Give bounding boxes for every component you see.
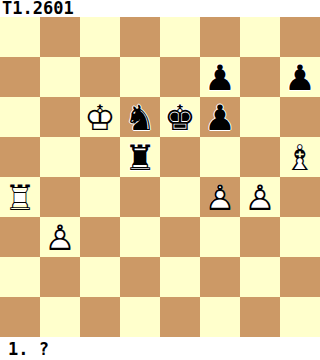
square-c2[interactable] — [80, 257, 120, 297]
square-h3[interactable] — [280, 217, 320, 257]
black-knight-piece: ♞ — [120, 97, 160, 137]
square-g2[interactable] — [240, 257, 280, 297]
chess-board: ♟♟♚♔♞♚♟♜♝♗♜♖♟♙♟♙♟♙ — [0, 17, 320, 337]
square-g4[interactable]: ♟♙ — [240, 177, 280, 217]
black-pawn-piece: ♟ — [280, 57, 320, 97]
square-e8[interactable] — [160, 17, 200, 57]
black-pawn-piece: ♟ — [200, 97, 240, 137]
white-pawn-piece: ♟♙ — [200, 177, 240, 217]
white-king-piece: ♚♔ — [80, 97, 120, 137]
square-c3[interactable] — [80, 217, 120, 257]
square-f8[interactable] — [200, 17, 240, 57]
square-a6[interactable] — [0, 97, 40, 137]
square-e1[interactable] — [160, 297, 200, 337]
square-e7[interactable] — [160, 57, 200, 97]
puzzle-id-title: T1.2601 — [0, 0, 320, 17]
square-f7[interactable]: ♟ — [200, 57, 240, 97]
square-d1[interactable] — [120, 297, 160, 337]
square-d2[interactable] — [120, 257, 160, 297]
square-g3[interactable] — [240, 217, 280, 257]
square-h2[interactable] — [280, 257, 320, 297]
square-e5[interactable] — [160, 137, 200, 177]
square-b4[interactable] — [40, 177, 80, 217]
square-c1[interactable] — [80, 297, 120, 337]
square-f6[interactable]: ♟ — [200, 97, 240, 137]
square-h5[interactable]: ♝♗ — [280, 137, 320, 177]
square-h7[interactable]: ♟ — [280, 57, 320, 97]
square-h8[interactable] — [280, 17, 320, 57]
square-d7[interactable] — [120, 57, 160, 97]
square-e4[interactable] — [160, 177, 200, 217]
square-a3[interactable] — [0, 217, 40, 257]
move-prompt: 1. ? — [0, 337, 320, 360]
square-b8[interactable] — [40, 17, 80, 57]
square-b3[interactable]: ♟♙ — [40, 217, 80, 257]
black-pawn-piece: ♟ — [200, 57, 240, 97]
square-h1[interactable] — [280, 297, 320, 337]
square-d4[interactable] — [120, 177, 160, 217]
square-h4[interactable] — [280, 177, 320, 217]
square-d8[interactable] — [120, 17, 160, 57]
square-d3[interactable] — [120, 217, 160, 257]
square-h6[interactable] — [280, 97, 320, 137]
white-bishop-piece: ♝♗ — [280, 137, 320, 177]
black-rook-piece: ♜ — [120, 137, 160, 177]
square-a8[interactable] — [0, 17, 40, 57]
square-c6[interactable]: ♚♔ — [80, 97, 120, 137]
square-b7[interactable] — [40, 57, 80, 97]
square-f4[interactable]: ♟♙ — [200, 177, 240, 217]
square-f5[interactable] — [200, 137, 240, 177]
white-pawn-piece: ♟♙ — [240, 177, 280, 217]
square-b2[interactable] — [40, 257, 80, 297]
square-d6[interactable]: ♞ — [120, 97, 160, 137]
square-c4[interactable] — [80, 177, 120, 217]
square-a2[interactable] — [0, 257, 40, 297]
white-rook-piece: ♜♖ — [0, 177, 40, 217]
square-g5[interactable] — [240, 137, 280, 177]
square-g7[interactable] — [240, 57, 280, 97]
square-a4[interactable]: ♜♖ — [0, 177, 40, 217]
square-a7[interactable] — [0, 57, 40, 97]
square-b5[interactable] — [40, 137, 80, 177]
square-a5[interactable] — [0, 137, 40, 177]
square-f3[interactable] — [200, 217, 240, 257]
square-a1[interactable] — [0, 297, 40, 337]
square-g6[interactable] — [240, 97, 280, 137]
square-f1[interactable] — [200, 297, 240, 337]
square-g1[interactable] — [240, 297, 280, 337]
square-f2[interactable] — [200, 257, 240, 297]
square-b1[interactable] — [40, 297, 80, 337]
square-g8[interactable] — [240, 17, 280, 57]
square-e6[interactable]: ♚ — [160, 97, 200, 137]
square-d5[interactable]: ♜ — [120, 137, 160, 177]
square-b6[interactable] — [40, 97, 80, 137]
square-e2[interactable] — [160, 257, 200, 297]
square-c8[interactable] — [80, 17, 120, 57]
square-c7[interactable] — [80, 57, 120, 97]
white-pawn-piece: ♟♙ — [40, 217, 80, 257]
square-c5[interactable] — [80, 137, 120, 177]
black-king-piece: ♚ — [160, 97, 200, 137]
square-e3[interactable] — [160, 217, 200, 257]
